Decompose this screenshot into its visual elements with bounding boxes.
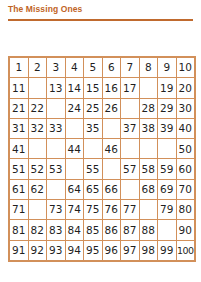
empty-cell-18[interactable]	[140, 78, 158, 97]
empty-cell-78[interactable]	[140, 200, 158, 219]
number-cell-9: 9	[158, 58, 176, 77]
number-cell-58: 58	[140, 159, 158, 178]
empty-cell-42[interactable]	[29, 139, 47, 158]
number-cell-14: 14	[66, 78, 84, 97]
number-cell-21: 21	[10, 99, 28, 118]
number-cell-84: 84	[66, 220, 84, 239]
number-cell-86: 86	[103, 220, 121, 239]
number-cell-94: 94	[66, 241, 84, 260]
number-cell-35: 35	[84, 119, 102, 138]
number-cell-5: 5	[84, 58, 102, 77]
number-cell-19: 19	[158, 78, 176, 97]
number-cell-95: 95	[84, 241, 102, 260]
number-cell-68: 68	[140, 180, 158, 199]
number-cell-41: 41	[10, 139, 28, 158]
number-cell-15: 15	[84, 78, 102, 97]
empty-cell-48[interactable]	[140, 139, 158, 158]
empty-cell-23[interactable]	[47, 99, 65, 118]
empty-cell-12[interactable]	[29, 78, 47, 97]
number-cell-51: 51	[10, 159, 28, 178]
number-cell-85: 85	[84, 220, 102, 239]
number-cell-80: 80	[177, 200, 195, 219]
number-cell-1: 1	[10, 58, 28, 77]
number-cell-2: 2	[29, 58, 47, 77]
number-cell-90: 90	[177, 220, 195, 239]
number-cell-50: 50	[177, 139, 195, 158]
hundred-chart-grid: 1234567891011131415161719202122242526282…	[10, 58, 194, 260]
empty-cell-67[interactable]	[121, 180, 139, 199]
hundred-chart-board: 1234567891011131415161719202122242526282…	[8, 56, 196, 262]
empty-cell-45[interactable]	[84, 139, 102, 158]
number-cell-61: 61	[10, 180, 28, 199]
number-cell-66: 66	[103, 180, 121, 199]
title-underline-rule	[8, 19, 193, 21]
number-cell-39: 39	[158, 119, 176, 138]
number-cell-98: 98	[140, 241, 158, 260]
number-cell-76: 76	[103, 200, 121, 219]
number-cell-75: 75	[84, 200, 102, 219]
number-cell-53: 53	[47, 159, 65, 178]
number-cell-62: 62	[29, 180, 47, 199]
number-cell-7: 7	[121, 58, 139, 77]
number-cell-20: 20	[177, 78, 195, 97]
number-cell-4: 4	[66, 58, 84, 77]
number-cell-3: 3	[47, 58, 65, 77]
number-cell-70: 70	[177, 180, 195, 199]
number-cell-100: 100	[177, 241, 195, 260]
number-cell-22: 22	[29, 99, 47, 118]
number-cell-82: 82	[29, 220, 47, 239]
number-cell-29: 29	[158, 99, 176, 118]
number-cell-52: 52	[29, 159, 47, 178]
number-cell-96: 96	[103, 241, 121, 260]
number-cell-60: 60	[177, 159, 195, 178]
number-cell-93: 93	[47, 241, 65, 260]
number-cell-87: 87	[121, 220, 139, 239]
number-cell-11: 11	[10, 78, 28, 97]
worksheet-page: The Missing Ones 12345678910111314151617…	[0, 0, 201, 282]
number-cell-16: 16	[103, 78, 121, 97]
number-cell-30: 30	[177, 99, 195, 118]
number-cell-28: 28	[140, 99, 158, 118]
number-cell-24: 24	[66, 99, 84, 118]
number-cell-57: 57	[121, 159, 139, 178]
number-cell-37: 37	[121, 119, 139, 138]
number-cell-26: 26	[103, 99, 121, 118]
empty-cell-34[interactable]	[66, 119, 84, 138]
number-cell-32: 32	[29, 119, 47, 138]
page-title: The Missing Ones	[8, 4, 82, 14]
number-cell-25: 25	[84, 99, 102, 118]
number-cell-77: 77	[121, 200, 139, 219]
empty-cell-56[interactable]	[103, 159, 121, 178]
number-cell-88: 88	[140, 220, 158, 239]
number-cell-97: 97	[121, 241, 139, 260]
number-cell-92: 92	[29, 241, 47, 260]
number-cell-17: 17	[121, 78, 139, 97]
number-cell-59: 59	[158, 159, 176, 178]
empty-cell-36[interactable]	[103, 119, 121, 138]
number-cell-83: 83	[47, 220, 65, 239]
empty-cell-43[interactable]	[47, 139, 65, 158]
number-cell-31: 31	[10, 119, 28, 138]
number-cell-55: 55	[84, 159, 102, 178]
number-cell-38: 38	[140, 119, 158, 138]
number-cell-79: 79	[158, 200, 176, 219]
empty-cell-54[interactable]	[66, 159, 84, 178]
number-cell-74: 74	[66, 200, 84, 219]
number-cell-71: 71	[10, 200, 28, 219]
empty-cell-49[interactable]	[158, 139, 176, 158]
number-cell-65: 65	[84, 180, 102, 199]
empty-cell-27[interactable]	[121, 99, 139, 118]
empty-cell-47[interactable]	[121, 139, 139, 158]
number-cell-64: 64	[66, 180, 84, 199]
number-cell-69: 69	[158, 180, 176, 199]
number-cell-8: 8	[140, 58, 158, 77]
number-cell-33: 33	[47, 119, 65, 138]
number-cell-40: 40	[177, 119, 195, 138]
empty-cell-63[interactable]	[47, 180, 65, 199]
number-cell-13: 13	[47, 78, 65, 97]
number-cell-46: 46	[103, 139, 121, 158]
number-cell-6: 6	[103, 58, 121, 77]
empty-cell-72[interactable]	[29, 200, 47, 219]
empty-cell-89[interactable]	[158, 220, 176, 239]
number-cell-81: 81	[10, 220, 28, 239]
number-cell-73: 73	[47, 200, 65, 219]
number-cell-99: 99	[158, 241, 176, 260]
number-cell-10: 10	[177, 58, 195, 77]
number-cell-91: 91	[10, 241, 28, 260]
number-cell-44: 44	[66, 139, 84, 158]
